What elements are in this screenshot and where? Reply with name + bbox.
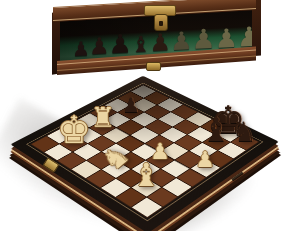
storage-box: ♟ ♟ ♟ ♝ ♟ ♟ ♟ ♟ ♟ ♟ ♟ xyxy=(0,0,300,90)
front-brass-catch xyxy=(146,62,161,71)
stored-piece: ♟ xyxy=(150,30,172,55)
clasp-hole xyxy=(159,21,163,26)
brass-clasp-hasp xyxy=(154,14,168,31)
stored-piece: ♝ xyxy=(131,33,151,56)
chess-set-photo: ♟ ♟ ♟ ♝ ♟ ♟ ♟ ♟ ♟ ♟ ♟ ♟ xyxy=(0,0,300,231)
stored-piece: ♟ xyxy=(89,34,110,58)
stored-piece: ♟ xyxy=(72,38,90,59)
stored-piece: ♟ xyxy=(109,30,132,57)
